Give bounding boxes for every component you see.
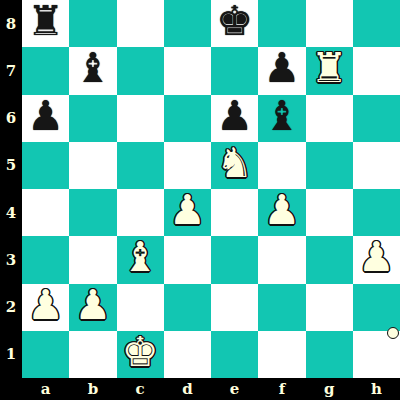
file-label-a: a — [22, 378, 69, 400]
square-e3[interactable] — [211, 236, 258, 283]
rank-label-2: 2 — [0, 284, 22, 331]
square-a5[interactable] — [22, 142, 69, 189]
square-h5[interactable] — [353, 142, 400, 189]
square-h8[interactable] — [353, 0, 400, 47]
file-label-c: c — [117, 378, 164, 400]
square-b7[interactable]: ♝ — [69, 47, 116, 94]
square-b3[interactable] — [69, 236, 116, 283]
square-a2[interactable]: ♟ — [22, 284, 69, 331]
square-d6[interactable] — [164, 95, 211, 142]
square-f1[interactable] — [258, 331, 305, 378]
square-h7[interactable] — [353, 47, 400, 94]
chess-board: 8♜♚7♝♟♜6♟♟♝5♞4♟♟3♝♟2♟♟1♚abcdefgh — [0, 0, 400, 400]
rank-label-3: 3 — [0, 236, 22, 283]
piece-white-knight[interactable]: ♞ — [216, 143, 253, 184]
rank-label-1: 1 — [0, 331, 22, 378]
square-e5[interactable]: ♞ — [211, 142, 258, 189]
square-h2[interactable] — [353, 284, 400, 331]
square-d5[interactable] — [164, 142, 211, 189]
square-d3[interactable] — [164, 236, 211, 283]
square-c1[interactable]: ♚ — [117, 331, 164, 378]
piece-white-pawn[interactable]: ♟ — [169, 190, 206, 231]
square-c4[interactable] — [117, 189, 164, 236]
square-f7[interactable]: ♟ — [258, 47, 305, 94]
piece-white-pawn[interactable]: ♟ — [74, 285, 111, 326]
piece-black-bishop[interactable]: ♝ — [263, 96, 300, 137]
piece-black-pawn[interactable]: ♟ — [263, 48, 300, 89]
square-c5[interactable] — [117, 142, 164, 189]
square-g3[interactable] — [306, 236, 353, 283]
piece-white-pawn[interactable]: ♟ — [263, 190, 300, 231]
square-g8[interactable] — [306, 0, 353, 47]
piece-black-pawn[interactable]: ♟ — [27, 96, 64, 137]
square-h4[interactable] — [353, 189, 400, 236]
square-g1[interactable] — [306, 331, 353, 378]
square-b5[interactable] — [69, 142, 116, 189]
file-label-f: f — [258, 378, 305, 400]
file-label-b: b — [69, 378, 116, 400]
square-g2[interactable] — [306, 284, 353, 331]
square-a8[interactable]: ♜ — [22, 0, 69, 47]
square-b4[interactable] — [69, 189, 116, 236]
square-f3[interactable] — [258, 236, 305, 283]
rank-label-7: 7 — [0, 47, 22, 94]
board-corner — [0, 378, 22, 400]
piece-black-king[interactable]: ♚ — [216, 1, 253, 42]
square-b8[interactable] — [69, 0, 116, 47]
square-f4[interactable]: ♟ — [258, 189, 305, 236]
rank-label-8: 8 — [0, 0, 22, 47]
white-to-move-indicator — [387, 327, 399, 339]
square-f5[interactable] — [258, 142, 305, 189]
square-c2[interactable] — [117, 284, 164, 331]
square-c7[interactable] — [117, 47, 164, 94]
square-g6[interactable] — [306, 95, 353, 142]
square-d1[interactable] — [164, 331, 211, 378]
piece-white-pawn[interactable]: ♟ — [27, 285, 64, 326]
square-d8[interactable] — [164, 0, 211, 47]
square-b6[interactable] — [69, 95, 116, 142]
square-h6[interactable] — [353, 95, 400, 142]
square-f6[interactable]: ♝ — [258, 95, 305, 142]
square-c3[interactable]: ♝ — [117, 236, 164, 283]
rank-label-5: 5 — [0, 142, 22, 189]
piece-white-bishop[interactable]: ♝ — [122, 237, 159, 278]
piece-white-rook[interactable]: ♜ — [311, 48, 348, 89]
square-a4[interactable] — [22, 189, 69, 236]
file-label-e: e — [211, 378, 258, 400]
square-g5[interactable] — [306, 142, 353, 189]
chess-board-frame: 8♜♚7♝♟♜6♟♟♝5♞4♟♟3♝♟2♟♟1♚abcdefgh — [0, 0, 400, 400]
square-e6[interactable]: ♟ — [211, 95, 258, 142]
piece-white-king[interactable]: ♚ — [122, 332, 159, 373]
square-a3[interactable] — [22, 236, 69, 283]
square-d4[interactable]: ♟ — [164, 189, 211, 236]
rank-label-6: 6 — [0, 95, 22, 142]
square-c6[interactable] — [117, 95, 164, 142]
piece-black-rook[interactable]: ♜ — [27, 1, 64, 42]
square-d7[interactable] — [164, 47, 211, 94]
square-e1[interactable] — [211, 331, 258, 378]
square-e2[interactable] — [211, 284, 258, 331]
square-e4[interactable] — [211, 189, 258, 236]
rank-label-4: 4 — [0, 189, 22, 236]
square-e8[interactable]: ♚ — [211, 0, 258, 47]
square-a6[interactable]: ♟ — [22, 95, 69, 142]
file-label-g: g — [306, 378, 353, 400]
piece-black-bishop[interactable]: ♝ — [74, 48, 111, 89]
piece-black-pawn[interactable]: ♟ — [216, 96, 253, 137]
square-f2[interactable] — [258, 284, 305, 331]
square-b1[interactable] — [69, 331, 116, 378]
square-g4[interactable] — [306, 189, 353, 236]
square-d2[interactable] — [164, 284, 211, 331]
square-e7[interactable] — [211, 47, 258, 94]
square-f8[interactable] — [258, 0, 305, 47]
square-c8[interactable] — [117, 0, 164, 47]
square-a1[interactable] — [22, 331, 69, 378]
square-h3[interactable]: ♟ — [353, 236, 400, 283]
piece-white-pawn[interactable]: ♟ — [358, 237, 395, 278]
file-label-h: h — [353, 378, 400, 400]
square-a7[interactable] — [22, 47, 69, 94]
square-g7[interactable]: ♜ — [306, 47, 353, 94]
square-b2[interactable]: ♟ — [69, 284, 116, 331]
file-label-d: d — [164, 378, 211, 400]
